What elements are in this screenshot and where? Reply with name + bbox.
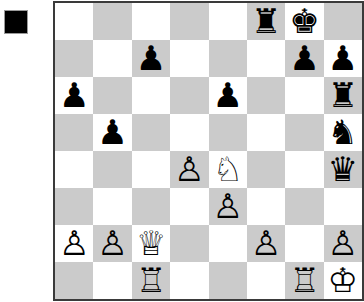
square-d8[interactable]: [170, 3, 208, 40]
square-g4[interactable]: [285, 151, 323, 188]
square-a8[interactable]: [55, 3, 93, 40]
square-d2[interactable]: [170, 225, 208, 262]
square-f4[interactable]: [247, 151, 285, 188]
piece-black-pawn: ♟: [136, 41, 166, 75]
square-d3[interactable]: [170, 188, 208, 225]
piece-white-pawn: ♙: [328, 226, 358, 260]
piece-black-pawn: ♟: [328, 41, 358, 75]
square-h2[interactable]: ♙: [324, 225, 362, 262]
square-c5[interactable]: [132, 114, 170, 151]
piece-black-pawn: ♟: [97, 115, 127, 149]
piece-black-knight: ♞: [328, 115, 358, 149]
square-a2[interactable]: ♙: [55, 225, 93, 262]
square-c7[interactable]: ♟: [132, 40, 170, 77]
square-a5[interactable]: [55, 114, 93, 151]
piece-black-rook: ♜: [328, 78, 358, 112]
piece-black-pawn: ♟: [59, 78, 89, 112]
square-e7[interactable]: [209, 40, 247, 77]
square-g5[interactable]: [285, 114, 323, 151]
square-a3[interactable]: [55, 188, 93, 225]
square-g3[interactable]: [285, 188, 323, 225]
side-to-move-indicator: [5, 11, 27, 33]
piece-white-pawn: ♙: [59, 226, 89, 260]
square-d5[interactable]: [170, 114, 208, 151]
square-d1[interactable]: [170, 262, 208, 299]
square-c8[interactable]: [132, 3, 170, 40]
square-c1[interactable]: ♖: [132, 262, 170, 299]
square-f7[interactable]: [247, 40, 285, 77]
square-e4[interactable]: ♘: [209, 151, 247, 188]
square-b5[interactable]: ♟: [93, 114, 131, 151]
square-e6[interactable]: ♟: [209, 77, 247, 114]
square-c6[interactable]: [132, 77, 170, 114]
square-f1[interactable]: [247, 262, 285, 299]
square-b1[interactable]: [93, 262, 131, 299]
square-c4[interactable]: [132, 151, 170, 188]
square-a7[interactable]: [55, 40, 93, 77]
piece-black-pawn: ♟: [289, 41, 319, 75]
square-h3[interactable]: [324, 188, 362, 225]
square-a6[interactable]: ♟: [55, 77, 93, 114]
square-b7[interactable]: [93, 40, 131, 77]
piece-black-rook: ♜: [251, 4, 281, 38]
piece-white-pawn: ♙: [97, 226, 127, 260]
piece-white-queen: ♕: [136, 226, 166, 260]
square-d4[interactable]: ♙: [170, 151, 208, 188]
square-g1[interactable]: ♖: [285, 262, 323, 299]
square-f5[interactable]: [247, 114, 285, 151]
square-c2[interactable]: ♕: [132, 225, 170, 262]
piece-white-rook: ♖: [136, 263, 166, 297]
square-e1[interactable]: [209, 262, 247, 299]
square-h4[interactable]: ♛: [324, 151, 362, 188]
square-b8[interactable]: [93, 3, 131, 40]
piece-black-king: ♚: [289, 4, 319, 38]
piece-black-pawn: ♟: [212, 78, 242, 112]
piece-white-rook: ♖: [289, 263, 319, 297]
square-d7[interactable]: [170, 40, 208, 77]
piece-black-queen: ♛: [328, 152, 358, 186]
square-d6[interactable]: [170, 77, 208, 114]
square-a4[interactable]: [55, 151, 93, 188]
square-e2[interactable]: [209, 225, 247, 262]
piece-white-pawn: ♙: [174, 152, 204, 186]
square-f6[interactable]: [247, 77, 285, 114]
square-g6[interactable]: [285, 77, 323, 114]
square-g8[interactable]: ♚: [285, 3, 323, 40]
square-f2[interactable]: ♙: [247, 225, 285, 262]
square-e5[interactable]: [209, 114, 247, 151]
piece-white-pawn: ♙: [251, 226, 281, 260]
square-b6[interactable]: [93, 77, 131, 114]
square-f8[interactable]: ♜: [247, 3, 285, 40]
piece-white-knight: ♘: [212, 152, 242, 186]
square-h1[interactable]: ♔: [324, 262, 362, 299]
square-b2[interactable]: ♙: [93, 225, 131, 262]
square-b3[interactable]: [93, 188, 131, 225]
square-h6[interactable]: ♜: [324, 77, 362, 114]
square-h8[interactable]: [324, 3, 362, 40]
square-c3[interactable]: [132, 188, 170, 225]
square-f3[interactable]: [247, 188, 285, 225]
square-b4[interactable]: [93, 151, 131, 188]
piece-white-pawn: ♙: [212, 189, 242, 223]
square-a1[interactable]: [55, 262, 93, 299]
chess-diagram: ♜♚♟♟♟♟♟♜♟♞♙♘♛♙♙♙♕♙♙♖♖♔: [0, 0, 364, 302]
piece-white-king: ♔: [328, 263, 358, 297]
square-g7[interactable]: ♟: [285, 40, 323, 77]
square-h7[interactable]: ♟: [324, 40, 362, 77]
square-h5[interactable]: ♞: [324, 114, 362, 151]
chess-board: ♜♚♟♟♟♟♟♜♟♞♙♘♛♙♙♙♕♙♙♖♖♔: [53, 1, 364, 301]
square-g2[interactable]: [285, 225, 323, 262]
square-e3[interactable]: ♙: [209, 188, 247, 225]
square-e8[interactable]: [209, 3, 247, 40]
